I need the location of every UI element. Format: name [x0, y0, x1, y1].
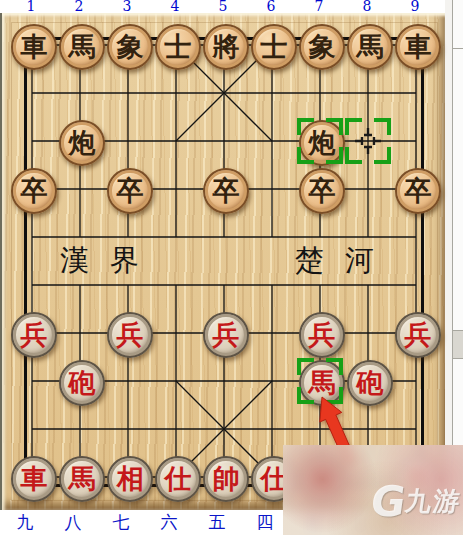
- watermark-overlay: G九游: [283, 445, 463, 535]
- watermark-logo-text: 九游: [404, 486, 463, 516]
- watermark-logo: G九游: [368, 481, 463, 523]
- watermark-logo-mark: G: [368, 477, 409, 526]
- crosshair-cursor-icon: [354, 127, 382, 155]
- xiangqi-game-screen: 漢界 楚河 123456789九八七六五四三二一 車馬象士將士象馬車炮炮卒卒卒卒…: [0, 0, 463, 535]
